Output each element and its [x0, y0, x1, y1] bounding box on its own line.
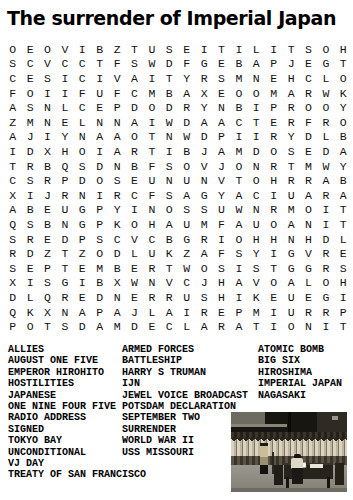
grid-cell: T	[56, 261, 73, 276]
grid-cell: E	[300, 57, 317, 72]
grid-cell: S	[21, 173, 38, 188]
grid-cell: H	[213, 290, 230, 305]
grid-cell: W	[317, 159, 334, 174]
grid-cell: P	[230, 305, 247, 320]
word-list-item: POTSDAM DECLARATION	[122, 401, 248, 412]
grid-cell: S	[230, 246, 247, 261]
grid-cell: U	[178, 290, 195, 305]
grid-cell: A	[161, 217, 178, 232]
grid-cell: J	[195, 276, 212, 291]
grid-cell: I	[74, 276, 91, 291]
grid-cell: E	[265, 290, 282, 305]
grid-cell: W	[178, 130, 195, 145]
grid-cell: C	[4, 71, 21, 86]
grid-cell: I	[56, 86, 73, 101]
grid-cell: E	[335, 246, 352, 261]
grid-cell: G	[74, 217, 91, 232]
grid-cell: I	[265, 319, 282, 334]
grid-cell: H	[213, 276, 230, 291]
grid-cell: N	[39, 115, 56, 130]
grid-cell: N	[248, 71, 265, 86]
grid-cell: O	[230, 232, 247, 247]
grid-cell: R	[282, 115, 299, 130]
grid-cell: L	[317, 130, 334, 145]
grid-cell: N	[56, 305, 73, 320]
grid-cell: M	[282, 203, 299, 218]
grid-cell: O	[91, 246, 108, 261]
grid-cell: S	[213, 261, 230, 276]
grid-cell: P	[39, 261, 56, 276]
grid-cell: T	[39, 319, 56, 334]
grid-cell: C	[143, 232, 160, 247]
grid-cell: T	[143, 144, 160, 159]
grid-cell: K	[21, 305, 38, 320]
grid-cell: N	[213, 100, 230, 115]
grid-cell: N	[195, 173, 212, 188]
word-list-item: BATTLESHIP	[122, 355, 248, 366]
photo-highlight	[332, 416, 338, 420]
grid-cell: P	[335, 305, 352, 320]
grid-cell: T	[91, 57, 108, 72]
word-list-item: BIG SIX	[258, 355, 342, 366]
grid-cell: A	[161, 305, 178, 320]
grid-cell: M	[108, 319, 125, 334]
grid-cell: F	[213, 246, 230, 261]
word-list-item: USS MISSOURI	[122, 447, 248, 458]
grid-cell: A	[213, 144, 230, 159]
grid-cell: S	[4, 57, 21, 72]
grid-cell: A	[126, 71, 143, 86]
grid-cell: F	[143, 188, 160, 203]
grid-cell: T	[282, 159, 299, 174]
grid-cell: A	[126, 115, 143, 130]
grid-cell: N	[143, 276, 160, 291]
grid-cell: N	[39, 100, 56, 115]
grid-cell: T	[335, 319, 352, 334]
grid-cell: T	[248, 319, 265, 334]
grid-cell: G	[282, 261, 299, 276]
grid-cell: U	[56, 203, 73, 218]
grid-cell: S	[126, 57, 143, 72]
grid-cell: N	[108, 159, 125, 174]
grid-cell: T	[143, 130, 160, 145]
grid-cell: E	[126, 173, 143, 188]
grid-cell: E	[21, 261, 38, 276]
grid-cell: R	[300, 86, 317, 101]
grid-cell: E	[300, 144, 317, 159]
grid-cell: D	[91, 290, 108, 305]
grid-cell: M	[230, 71, 247, 86]
word-list-item: HIROSHIMA	[258, 367, 342, 378]
grid-cell: I	[317, 319, 334, 334]
grid-cell: B	[335, 173, 352, 188]
word-list-item: NAGASAKI	[258, 390, 342, 401]
grid-cell: R	[317, 246, 334, 261]
grid-cell: O	[91, 173, 108, 188]
grid-cell: U	[91, 86, 108, 101]
grid-cell: S	[282, 144, 299, 159]
grid-cell: F	[4, 86, 21, 101]
grid-cell: D	[108, 246, 125, 261]
grid-cell: M	[248, 305, 265, 320]
grid-cell: R	[317, 188, 334, 203]
grid-cell: H	[143, 217, 160, 232]
grid-cell: O	[300, 203, 317, 218]
grid-cell: Q	[56, 159, 73, 174]
grid-cell: I	[126, 203, 143, 218]
grid-cell: A	[282, 217, 299, 232]
grid-cell: P	[56, 173, 73, 188]
grid-cell: T	[56, 246, 73, 261]
grid-cell: U	[248, 217, 265, 232]
grid-cell: S	[195, 203, 212, 218]
grid-cell: I	[195, 42, 212, 57]
grid-cell: E	[21, 71, 38, 86]
grid-cell: H	[282, 71, 299, 86]
word-list-item: IJN	[122, 378, 248, 389]
grid-cell: U	[282, 305, 299, 320]
grid-cell: A	[108, 130, 125, 145]
grid-cell: H	[335, 276, 352, 291]
grid-cell: N	[108, 115, 125, 130]
grid-cell: G	[317, 57, 334, 72]
grid-cell: D	[300, 130, 317, 145]
grid-cell: D	[248, 144, 265, 159]
grid-cell: L	[56, 100, 73, 115]
grid-cell: E	[178, 42, 195, 57]
grid-cell: B	[161, 232, 178, 247]
grid-cell: U	[282, 188, 299, 203]
grid-cell: A	[4, 203, 21, 218]
photo-seated-signer	[291, 458, 303, 468]
grid-cell: S	[21, 217, 38, 232]
grid-cell: I	[91, 71, 108, 86]
grid-cell: Y	[335, 159, 352, 174]
grid-cell: C	[126, 86, 143, 101]
grid-cell: R	[265, 203, 282, 218]
grid-cell: D	[317, 144, 334, 159]
grid-cell: I	[39, 130, 56, 145]
grid-cell: P	[108, 100, 125, 115]
grid-cell: R	[143, 290, 160, 305]
grid-cell: E	[56, 115, 73, 130]
grid-cell: O	[74, 144, 91, 159]
grid-cell: O	[21, 86, 38, 101]
grid-cell: C	[300, 71, 317, 86]
grid-cell: O	[317, 100, 334, 115]
grid-cell: O	[4, 42, 21, 57]
grid-cell: A	[335, 188, 352, 203]
grid-cell: L	[248, 42, 265, 57]
grid-cell: N	[91, 115, 108, 130]
grid-cell: H	[335, 42, 352, 57]
grid-cell: D	[56, 232, 73, 247]
grid-cell: R	[300, 305, 317, 320]
grid-cell: I	[265, 42, 282, 57]
grid-cell: D	[195, 130, 212, 145]
grid-cell: V	[161, 276, 178, 291]
grid-cell: Q	[4, 217, 21, 232]
grid-cell: A	[248, 57, 265, 72]
grid-cell: V	[248, 276, 265, 291]
grid-cell: L	[126, 246, 143, 261]
grid-cell: E	[39, 232, 56, 247]
grid-cell: I	[213, 232, 230, 247]
grid-cell: R	[317, 305, 334, 320]
grid-cell: G	[178, 232, 195, 247]
page-title: The surrender of Imperial Japan	[7, 7, 352, 29]
grid-cell: C	[108, 232, 125, 247]
grid-cell: H	[56, 144, 73, 159]
grid-cell: E	[126, 261, 143, 276]
grid-cell: Y	[178, 71, 195, 86]
grid-cell: Y	[56, 130, 73, 145]
grid-cell: W	[126, 276, 143, 291]
grid-cell: S	[56, 319, 73, 334]
grid-cell: D	[21, 246, 38, 261]
word-list-item: IMPERIAL JAPAN	[258, 378, 342, 389]
grid-cell: Z	[178, 246, 195, 261]
grid-cell: D	[21, 144, 38, 159]
grid-cell: V	[126, 232, 143, 247]
grid-cell: I	[21, 276, 38, 291]
grid-cell: I	[56, 71, 73, 86]
grid-cell: V	[300, 246, 317, 261]
grid-cell: O	[195, 261, 212, 276]
grid-cell: T	[213, 42, 230, 57]
grid-cell: E	[91, 100, 108, 115]
grid-cell: A	[282, 86, 299, 101]
photo-signer-chair	[292, 468, 303, 484]
photo-deck-shadow	[231, 488, 347, 492]
word-list-item: SEPTEMBER TWO	[122, 412, 248, 423]
grid-cell: N	[143, 203, 160, 218]
grid-cell: Z	[108, 42, 125, 57]
grid-cell: E	[39, 203, 56, 218]
grid-cell: B	[91, 42, 108, 57]
grid-cell: F	[300, 115, 317, 130]
grid-cell: A	[230, 276, 247, 291]
grid-cell: D	[91, 159, 108, 174]
grid-cell: T	[265, 261, 282, 276]
grid-cell: A	[4, 130, 21, 145]
grid-cell: O	[126, 130, 143, 145]
grid-cell: P	[91, 305, 108, 320]
grid-cell: T	[335, 203, 352, 218]
grid-cell: O	[126, 217, 143, 232]
photo-right-chair	[335, 463, 344, 485]
grid-cell: M	[300, 159, 317, 174]
grid-cell: X	[108, 276, 125, 291]
grid-cell: O	[265, 144, 282, 159]
grid-cell: I	[335, 290, 352, 305]
grid-cell: R	[143, 261, 160, 276]
word-list-item: JEWEL VOICE BROADCAST	[122, 390, 248, 401]
photo-table-leg	[286, 477, 289, 488]
grid-cell: L	[143, 305, 160, 320]
grid-cell: W	[161, 115, 178, 130]
grid-cell: R	[317, 115, 334, 130]
grid-cell: K	[108, 217, 125, 232]
grid-cell: H	[300, 232, 317, 247]
grid-cell: D	[74, 173, 91, 188]
grid-cell: N	[161, 173, 178, 188]
grid-cell: O	[317, 42, 334, 57]
grid-cell: R	[56, 188, 73, 203]
grid-cell: X	[39, 305, 56, 320]
grid-cell: A	[230, 188, 247, 203]
grid-cell: O	[143, 100, 160, 115]
grid-cell: I	[143, 71, 160, 86]
grid-cell: F	[178, 57, 195, 72]
grid-cell: S	[195, 290, 212, 305]
grid-cell: T	[4, 159, 21, 174]
grid-cell: X	[4, 188, 21, 203]
grid-cell: P	[213, 130, 230, 145]
grid-cell: A	[282, 276, 299, 291]
grid-cell: R	[126, 144, 143, 159]
grid-cell: Q	[4, 305, 21, 320]
grid-cell: I	[265, 188, 282, 203]
word-list-column-3: ATOMIC BOMBBIG SIXHIROSHIMAIMPERIAL JAPA…	[258, 344, 342, 401]
grid-cell: I	[230, 130, 247, 145]
grid-cell: M	[21, 115, 38, 130]
grid-cell: S	[91, 232, 108, 247]
grid-cell: O	[21, 319, 38, 334]
grid-cell: J	[213, 159, 230, 174]
grid-cell: D	[161, 100, 178, 115]
grid-cell: L	[74, 115, 91, 130]
grid-cell: E	[265, 71, 282, 86]
grid-cell: T	[335, 217, 352, 232]
grid-cell: A	[74, 305, 91, 320]
grid-cell: R	[195, 232, 212, 247]
grid-cell: J	[195, 144, 212, 159]
grid-cell: C	[74, 100, 91, 115]
grid-cell: O	[248, 86, 265, 101]
grid-cell: A	[4, 100, 21, 115]
grid-cell: A	[195, 115, 212, 130]
grid-cell: S	[161, 188, 178, 203]
grid-cell: R	[108, 188, 125, 203]
word-list-item: SURRENDER	[122, 424, 248, 435]
grid-cell: I	[265, 305, 282, 320]
grid-cell: S	[39, 276, 56, 291]
grid-cell: T	[161, 261, 178, 276]
grid-cell: F	[74, 86, 91, 101]
grid-cell: R	[178, 100, 195, 115]
grid-cell: I	[4, 144, 21, 159]
grid-cell: C	[74, 57, 91, 72]
grid-cell: M	[91, 261, 108, 276]
grid-cell: O	[335, 115, 352, 130]
grid-cell: Z	[4, 115, 21, 130]
grid-cell: R	[265, 159, 282, 174]
grid-cell: W	[317, 86, 334, 101]
grid-cell: F	[108, 86, 125, 101]
grid-cell: O	[230, 86, 247, 101]
grid-cell: F	[143, 159, 160, 174]
grid-cell: I	[39, 86, 56, 101]
grid-cell: Y	[108, 203, 125, 218]
grid-cell: A	[230, 217, 247, 232]
grid-cell: I	[248, 100, 265, 115]
grid-cell: D	[74, 319, 91, 334]
grid-cell: X	[4, 276, 21, 291]
grid-cell: A	[195, 319, 212, 334]
grid-cell: X	[195, 86, 212, 101]
grid-cell: A	[91, 319, 108, 334]
grid-cell: V	[195, 159, 212, 174]
grid-cell: P	[4, 319, 21, 334]
grid-cell: A	[178, 188, 195, 203]
photo-rail	[231, 424, 287, 427]
grid-cell: U	[143, 246, 160, 261]
grid-cell: C	[21, 57, 38, 72]
grid-cell: O	[317, 276, 334, 291]
word-list-item: HARRY S TRUMAN	[122, 367, 248, 378]
grid-cell: C	[4, 173, 21, 188]
grid-cell: I	[248, 130, 265, 145]
grid-cell: N	[300, 319, 317, 334]
grid-cell: Z	[74, 246, 91, 261]
grid-cell: B	[335, 130, 352, 145]
grid-cell: F	[213, 217, 230, 232]
grid-cell: E	[143, 319, 160, 334]
grid-cell: I	[161, 144, 178, 159]
grid-cell: A	[317, 173, 334, 188]
photo-standing-officer	[260, 443, 268, 474]
grid-cell: A	[91, 130, 108, 145]
grid-cell: K	[161, 246, 178, 261]
grid-cell: E	[213, 57, 230, 72]
grid-cell: G	[74, 203, 91, 218]
grid-cell: R	[21, 232, 38, 247]
grid-cell: D	[178, 115, 195, 130]
photo-document	[310, 464, 323, 468]
grid-cell: S	[4, 232, 21, 247]
grid-cell: I	[91, 144, 108, 159]
grid-cell: Y	[282, 130, 299, 145]
grid-cell: B	[161, 86, 178, 101]
grid-cell: G	[195, 188, 212, 203]
grid-cell: A	[108, 305, 125, 320]
grid-cell: O	[161, 203, 178, 218]
grid-cell: P	[91, 217, 108, 232]
grid-cell: V	[39, 57, 56, 72]
grid-cell: N	[108, 290, 125, 305]
grid-cell: R	[282, 100, 299, 115]
grid-cell: I	[230, 290, 247, 305]
grid-cell: A	[300, 188, 317, 203]
grid-cell: G	[195, 57, 212, 72]
grid-cell: N	[161, 130, 178, 145]
photo-table-leg	[327, 477, 330, 488]
word-list-item: VJ DAY	[8, 458, 146, 469]
grid-cell: I	[265, 246, 282, 261]
grid-cell: I	[317, 217, 334, 232]
grid-cell: E	[126, 290, 143, 305]
grid-cell: U	[282, 290, 299, 305]
grid-cell: R	[195, 305, 212, 320]
grid-cell: B	[39, 217, 56, 232]
grid-cell: R	[195, 71, 212, 86]
grid-cell: X	[39, 144, 56, 159]
grid-cell: A	[195, 246, 212, 261]
grid-cell: B	[108, 261, 125, 276]
grid-cell: M	[143, 86, 160, 101]
grid-cell: L	[21, 290, 38, 305]
